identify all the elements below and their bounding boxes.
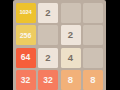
empty-cell (83, 3, 103, 23)
tile-32: 32 (38, 70, 58, 90)
tile-1024: 1024 (16, 3, 36, 23)
game-screen: 1024225626424323288 (0, 0, 120, 90)
empty-cell (83, 48, 103, 68)
empty-cell (83, 25, 103, 45)
tile-8: 8 (61, 70, 81, 90)
tile-4: 4 (61, 48, 81, 68)
tile-64: 64 (16, 48, 36, 68)
empty-cell (61, 3, 81, 23)
tile-32: 32 (16, 70, 36, 90)
tile-2: 2 (38, 3, 58, 23)
tile-2: 2 (61, 25, 81, 45)
tile-2: 2 (38, 48, 58, 68)
empty-cell (38, 25, 58, 45)
tile-256: 256 (16, 25, 36, 45)
tile-8: 8 (83, 70, 103, 90)
2048-board[interactable]: 1024225626424323288 (13, 0, 106, 90)
